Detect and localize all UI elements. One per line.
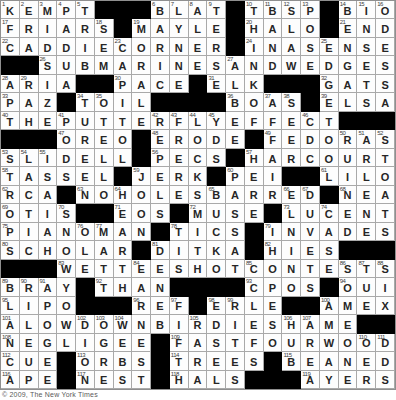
grid-cell[interactable]: A — [339, 75, 358, 93]
grid-cell[interactable]: 27A — [226, 56, 245, 74]
grid-cell[interactable]: A — [282, 38, 301, 56]
grid-cell[interactable]: 100A — [320, 297, 339, 315]
grid-cell[interactable]: E — [357, 223, 376, 241]
grid-cell[interactable]: 105R — [189, 315, 208, 333]
grid-cell[interactable]: K — [207, 241, 226, 259]
grid-cell[interactable]: L — [207, 371, 226, 389]
grid-cell[interactable]: C — [20, 241, 39, 259]
grid-cell[interactable]: D — [207, 130, 226, 148]
grid-cell[interactable]: D — [301, 130, 320, 148]
grid-cell[interactable]: R — [170, 167, 189, 185]
grid-cell[interactable]: G — [95, 334, 114, 352]
grid-cell[interactable]: 65B — [207, 186, 226, 204]
grid-cell[interactable]: 17F — [1, 19, 20, 37]
grid-cell[interactable]: E — [282, 130, 301, 148]
grid-cell[interactable]: 110O — [357, 334, 376, 352]
grid-cell[interactable]: E — [132, 112, 151, 130]
grid-cell[interactable]: A — [264, 19, 283, 37]
grid-cell[interactable]: 37A — [264, 93, 283, 111]
grid-cell[interactable]: C — [20, 186, 39, 204]
grid-cell[interactable]: R — [114, 241, 133, 259]
grid-cell[interactable]: E — [357, 186, 376, 204]
grid-cell[interactable]: E — [357, 297, 376, 315]
grid-cell[interactable]: K — [245, 75, 264, 93]
grid-cell[interactable]: 102D — [76, 315, 95, 333]
grid-cell[interactable]: 60P — [226, 167, 245, 185]
grid-cell[interactable]: S — [357, 38, 376, 56]
grid-cell[interactable]: E — [245, 167, 264, 185]
grid-cell[interactable]: P — [20, 371, 39, 389]
grid-cell[interactable]: 13P — [301, 1, 320, 19]
grid-cell[interactable]: O — [132, 38, 151, 56]
grid-cell[interactable]: O — [132, 186, 151, 204]
grid-cell[interactable]: D — [57, 38, 76, 56]
grid-cell[interactable]: 49F — [264, 130, 283, 148]
grid-cell[interactable]: A — [57, 75, 76, 93]
grid-cell[interactable]: 38S — [282, 93, 301, 111]
grid-cell[interactable]: 103O — [95, 315, 114, 333]
grid-cell[interactable]: E — [357, 56, 376, 74]
grid-cell[interactable]: R — [189, 352, 208, 370]
grid-cell[interactable]: 24I — [245, 38, 264, 56]
grid-cell[interactable]: M — [320, 315, 339, 333]
grid-cell[interactable]: E — [76, 167, 95, 185]
grid-cell[interactable]: D — [376, 19, 395, 37]
grid-cell[interactable]: E — [226, 352, 245, 370]
grid-cell[interactable]: S — [57, 167, 76, 185]
grid-cell[interactable]: M — [95, 56, 114, 74]
grid-cell[interactable]: 114T — [170, 352, 189, 370]
grid-cell[interactable]: 7L — [170, 1, 189, 19]
grid-cell[interactable]: U — [207, 204, 226, 222]
grid-cell[interactable]: X — [376, 297, 395, 315]
grid-cell[interactable]: O — [339, 334, 358, 352]
grid-cell[interactable]: L — [226, 75, 245, 93]
grid-cell[interactable]: 29R — [20, 75, 39, 93]
grid-cell[interactable]: 72M — [189, 204, 208, 222]
grid-cell[interactable]: T — [226, 334, 245, 352]
grid-cell[interactable]: L — [189, 19, 208, 37]
grid-cell[interactable]: L — [132, 93, 151, 111]
grid-cell[interactable]: 89B — [1, 278, 20, 296]
grid-cell[interactable]: I — [39, 19, 58, 37]
grid-cell[interactable]: H — [114, 278, 133, 296]
grid-cell[interactable]: 32G — [320, 75, 339, 93]
grid-cell[interactable]: R — [207, 38, 226, 56]
grid-cell[interactable]: O — [301, 19, 320, 37]
grid-cell[interactable]: T — [357, 75, 376, 93]
grid-cell[interactable]: E — [301, 241, 320, 259]
grid-cell[interactable]: 73L — [282, 204, 301, 222]
grid-cell[interactable]: 62R — [1, 186, 20, 204]
grid-cell[interactable]: D — [207, 315, 226, 333]
grid-cell[interactable]: A — [114, 56, 133, 74]
grid-cell[interactable]: S — [376, 223, 395, 241]
grid-cell[interactable]: O — [57, 297, 76, 315]
grid-cell[interactable]: A — [57, 19, 76, 37]
grid-cell[interactable]: E — [264, 297, 283, 315]
grid-cell[interactable]: N — [357, 204, 376, 222]
grid-cell[interactable]: I — [189, 223, 208, 241]
grid-cell[interactable]: E — [357, 352, 376, 370]
grid-cell[interactable]: 96R — [132, 297, 151, 315]
grid-cell[interactable]: 33P — [1, 93, 20, 111]
grid-cell[interactable]: 115B — [282, 352, 301, 370]
grid-cell[interactable]: Y — [57, 278, 76, 296]
grid-cell[interactable]: S — [226, 204, 245, 222]
grid-cell[interactable]: 3M — [39, 1, 58, 19]
grid-cell[interactable]: 91A — [39, 278, 58, 296]
grid-cell[interactable]: 111D — [376, 334, 395, 352]
grid-cell[interactable]: P — [39, 297, 58, 315]
grid-cell[interactable]: 22C — [1, 38, 20, 56]
grid-cell[interactable]: 35O — [95, 93, 114, 111]
grid-cell[interactable]: E — [151, 260, 170, 278]
grid-cell[interactable]: N — [170, 38, 189, 56]
grid-cell[interactable]: C — [301, 149, 320, 167]
grid-cell[interactable]: I — [76, 38, 95, 56]
grid-cell[interactable]: 20H — [245, 19, 264, 37]
grid-cell[interactable]: O — [264, 334, 283, 352]
grid-cell[interactable]: 70S — [57, 204, 76, 222]
grid-cell[interactable]: N — [339, 38, 358, 56]
grid-cell[interactable]: E — [39, 352, 58, 370]
grid-cell[interactable]: D — [376, 352, 395, 370]
grid-cell[interactable]: N — [57, 223, 76, 241]
grid-cell[interactable]: R — [95, 352, 114, 370]
grid-cell[interactable]: T — [114, 260, 133, 278]
grid-cell[interactable]: S — [320, 241, 339, 259]
grid-cell[interactable]: E — [39, 112, 58, 130]
grid-cell[interactable]: I — [170, 315, 189, 333]
grid-cell[interactable]: R — [282, 149, 301, 167]
grid-cell[interactable]: 58T — [1, 167, 20, 185]
grid-cell[interactable]: U — [282, 334, 301, 352]
grid-cell[interactable]: 42R — [151, 112, 170, 130]
grid-cell[interactable]: 26S — [39, 56, 58, 74]
grid-cell[interactable]: Y — [320, 371, 339, 389]
grid-cell[interactable]: H — [189, 260, 208, 278]
grid-cell[interactable]: L — [95, 167, 114, 185]
grid-cell[interactable]: E — [76, 149, 95, 167]
grid-cell[interactable]: S — [207, 149, 226, 167]
grid-cell[interactable]: O — [189, 130, 208, 148]
grid-cell[interactable]: R — [357, 371, 376, 389]
grid-cell[interactable]: E — [376, 38, 395, 56]
grid-cell[interactable]: 41P — [57, 112, 76, 130]
grid-cell[interactable]: T — [301, 260, 320, 278]
grid-cell[interactable]: 104W — [114, 315, 133, 333]
grid-cell[interactable]: 16O — [376, 1, 395, 19]
grid-cell[interactable]: 6B — [151, 1, 170, 19]
grid-cell[interactable]: H — [39, 241, 58, 259]
grid-cell[interactable]: S — [376, 56, 395, 74]
grid-cell[interactable]: T — [95, 112, 114, 130]
grid-cell[interactable]: V — [301, 223, 320, 241]
grid-cell[interactable]: N — [339, 352, 358, 370]
grid-cell[interactable]: C — [207, 223, 226, 241]
grid-cell[interactable]: O — [95, 186, 114, 204]
grid-cell[interactable]: S — [114, 371, 133, 389]
grid-cell[interactable]: 78T — [170, 223, 189, 241]
grid-cell[interactable]: 8A — [189, 1, 208, 19]
grid-cell[interactable]: E — [114, 334, 133, 352]
grid-cell[interactable]: S — [151, 204, 170, 222]
grid-cell[interactable]: B — [114, 352, 133, 370]
grid-cell[interactable]: E — [95, 371, 114, 389]
grid-cell[interactable]: U — [20, 352, 39, 370]
grid-cell[interactable]: E — [76, 260, 95, 278]
grid-cell[interactable]: A — [189, 371, 208, 389]
grid-cell[interactable]: A — [376, 186, 395, 204]
grid-cell[interactable]: S — [189, 186, 208, 204]
grid-cell[interactable]: 74C — [320, 204, 339, 222]
grid-cell[interactable]: 43F — [170, 112, 189, 130]
grid-cell[interactable]: O — [264, 260, 283, 278]
grid-cell[interactable]: 10T — [245, 1, 264, 19]
grid-cell[interactable]: T — [95, 260, 114, 278]
grid-cell[interactable]: E — [301, 352, 320, 370]
grid-cell[interactable]: P — [264, 278, 283, 296]
grid-cell[interactable]: 87T — [357, 260, 376, 278]
grid-cell[interactable]: S — [357, 93, 376, 111]
grid-cell[interactable]: R — [357, 149, 376, 167]
grid-cell[interactable]: A — [151, 19, 170, 37]
grid-cell[interactable]: W — [57, 315, 76, 333]
grid-cell[interactable]: 119A — [301, 371, 320, 389]
grid-cell[interactable]: T — [376, 204, 395, 222]
grid-cell[interactable]: 88S — [376, 260, 395, 278]
grid-cell[interactable]: E — [170, 186, 189, 204]
grid-cell[interactable]: N — [170, 56, 189, 74]
grid-cell[interactable]: 1K — [1, 1, 20, 19]
grid-cell[interactable]: T — [226, 260, 245, 278]
grid-cell[interactable]: I — [226, 315, 245, 333]
grid-cell[interactable]: 98E — [207, 297, 226, 315]
grid-cell[interactable]: S — [207, 334, 226, 352]
grid-cell[interactable]: C — [189, 149, 208, 167]
grid-cell[interactable]: I — [20, 297, 39, 315]
grid-cell[interactable]: A — [20, 167, 39, 185]
grid-cell[interactable]: 14B — [339, 1, 358, 19]
grid-cell[interactable]: 90R — [20, 278, 39, 296]
grid-cell[interactable]: A — [376, 93, 395, 111]
grid-cell[interactable]: E — [132, 334, 151, 352]
grid-cell[interactable]: B — [151, 315, 170, 333]
grid-cell[interactable]: 23C — [114, 38, 133, 56]
grid-cell[interactable]: 92T — [95, 278, 114, 296]
grid-cell[interactable]: U — [57, 56, 76, 74]
grid-cell[interactable]: U — [357, 278, 376, 296]
grid-cell[interactable]: N — [245, 56, 264, 74]
grid-cell[interactable]: 18S — [95, 19, 114, 37]
grid-cell[interactable]: 113O — [76, 352, 95, 370]
grid-cell[interactable]: F — [245, 112, 264, 130]
grid-cell[interactable]: 55I — [39, 149, 58, 167]
grid-cell[interactable]: 34T — [76, 93, 95, 111]
grid-cell[interactable]: A — [39, 223, 58, 241]
grid-cell[interactable]: I — [151, 56, 170, 74]
grid-cell[interactable]: 9T — [207, 1, 226, 19]
grid-cell[interactable]: 53S — [1, 149, 20, 167]
grid-cell[interactable]: I — [114, 93, 133, 111]
grid-cell[interactable]: R — [301, 334, 320, 352]
grid-cell[interactable]: 99R — [226, 297, 245, 315]
grid-cell[interactable]: T — [114, 112, 133, 130]
grid-cell[interactable]: I — [282, 241, 301, 259]
grid-cell[interactable]: 83W — [57, 260, 76, 278]
grid-cell[interactable]: T — [376, 149, 395, 167]
grid-cell[interactable]: 5T — [76, 1, 95, 19]
grid-cell[interactable]: A — [320, 352, 339, 370]
grid-cell[interactable]: E — [226, 112, 245, 130]
grid-cell[interactable]: A — [226, 186, 245, 204]
grid-cell[interactable]: R — [132, 56, 151, 74]
grid-cell[interactable]: S — [264, 315, 283, 333]
grid-cell[interactable]: 57H — [245, 149, 264, 167]
grid-cell[interactable]: E — [207, 352, 226, 370]
grid-cell[interactable]: G — [339, 56, 358, 74]
grid-cell[interactable]: 84E — [132, 260, 151, 278]
grid-cell[interactable]: 25E — [320, 38, 339, 56]
grid-cell[interactable]: O — [282, 278, 301, 296]
grid-cell[interactable]: 28A — [1, 75, 20, 93]
grid-cell[interactable]: R — [245, 186, 264, 204]
grid-cell[interactable]: 50R — [339, 130, 358, 148]
grid-cell[interactable]: A — [132, 278, 151, 296]
grid-cell[interactable]: 68N — [339, 186, 358, 204]
grid-cell[interactable]: A — [39, 186, 58, 204]
grid-cell[interactable]: E — [20, 334, 39, 352]
grid-cell[interactable]: N — [282, 223, 301, 241]
grid-cell[interactable]: S — [376, 75, 395, 93]
grid-cell[interactable]: D — [39, 38, 58, 56]
grid-cell[interactable]: L — [151, 186, 170, 204]
grid-cell[interactable]: 46C — [301, 112, 320, 130]
grid-cell[interactable]: T — [20, 204, 39, 222]
grid-cell[interactable]: 63N — [76, 186, 95, 204]
grid-cell[interactable]: I — [376, 278, 395, 296]
grid-cell[interactable]: 94O — [339, 278, 358, 296]
grid-cell[interactable]: O — [376, 167, 395, 185]
grid-cell[interactable]: 19M — [132, 19, 151, 37]
grid-cell[interactable]: R — [264, 186, 283, 204]
grid-cell[interactable]: O — [57, 241, 76, 259]
grid-cell[interactable]: R — [76, 19, 95, 37]
grid-cell[interactable]: 116A — [1, 371, 20, 389]
grid-cell[interactable]: L — [245, 297, 264, 315]
grid-cell[interactable]: S — [301, 278, 320, 296]
grid-cell[interactable]: 61L — [320, 167, 339, 185]
grid-cell[interactable]: 47O — [57, 130, 76, 148]
grid-cell[interactable]: 86S — [339, 260, 358, 278]
grid-cell[interactable]: O — [114, 130, 133, 148]
grid-cell[interactable]: A — [189, 334, 208, 352]
grid-cell[interactable]: F — [245, 334, 264, 352]
grid-cell[interactable]: K — [189, 167, 208, 185]
grid-cell[interactable]: U — [76, 112, 95, 130]
grid-cell[interactable]: O — [39, 315, 58, 333]
grid-cell[interactable]: A — [20, 93, 39, 111]
grid-cell[interactable]: Y — [170, 19, 189, 37]
grid-cell[interactable]: 85C — [245, 260, 264, 278]
grid-cell[interactable]: A — [20, 38, 39, 56]
grid-cell[interactable]: S — [170, 260, 189, 278]
grid-cell[interactable]: L — [20, 315, 39, 333]
grid-cell[interactable]: A — [95, 241, 114, 259]
grid-cell[interactable]: O — [132, 204, 151, 222]
grid-cell[interactable]: W — [320, 334, 339, 352]
grid-cell[interactable]: 95L — [1, 297, 20, 315]
grid-cell[interactable]: N — [151, 278, 170, 296]
grid-cell[interactable]: N — [282, 260, 301, 278]
grid-cell[interactable]: E — [245, 315, 264, 333]
grid-cell[interactable]: R — [20, 19, 39, 37]
grid-cell[interactable]: L — [282, 19, 301, 37]
grid-cell[interactable]: O — [245, 93, 264, 111]
grid-cell[interactable]: D — [339, 223, 358, 241]
grid-cell[interactable]: E — [151, 167, 170, 185]
grid-cell[interactable]: E — [339, 315, 358, 333]
grid-cell[interactable]: L — [76, 241, 95, 259]
grid-cell[interactable]: Z — [39, 93, 58, 111]
grid-cell[interactable]: 77M — [95, 223, 114, 241]
grid-cell[interactable]: T — [320, 112, 339, 130]
grid-cell[interactable]: U — [339, 149, 358, 167]
grid-cell[interactable]: 30P — [114, 75, 133, 93]
grid-cell[interactable]: L — [357, 167, 376, 185]
grid-cell[interactable]: 118H — [170, 371, 189, 389]
grid-cell[interactable]: B — [76, 56, 95, 74]
grid-cell[interactable]: I — [76, 334, 95, 352]
grid-cell[interactable]: 12S — [282, 1, 301, 19]
grid-cell[interactable]: 93C — [245, 278, 264, 296]
grid-cell[interactable]: 31E — [207, 75, 226, 93]
grid-cell[interactable]: E — [189, 38, 208, 56]
grid-cell[interactable]: O — [320, 149, 339, 167]
grid-cell[interactable]: 64H — [114, 186, 133, 204]
grid-cell[interactable]: E — [95, 130, 114, 148]
grid-cell[interactable]: R — [170, 130, 189, 148]
grid-cell[interactable]: S — [376, 371, 395, 389]
grid-cell[interactable]: 106H — [282, 315, 301, 333]
grid-cell[interactable]: E — [170, 75, 189, 93]
grid-cell[interactable]: 81D — [151, 241, 170, 259]
grid-cell[interactable]: 44L — [189, 112, 208, 130]
grid-cell[interactable]: 112C — [1, 352, 20, 370]
grid-cell[interactable]: E — [301, 56, 320, 74]
grid-cell[interactable]: 21E — [339, 19, 358, 37]
grid-cell[interactable]: 11B — [264, 1, 283, 19]
grid-cell[interactable]: E — [151, 297, 170, 315]
grid-cell[interactable]: 56P — [151, 149, 170, 167]
grid-cell[interactable]: U — [301, 204, 320, 222]
grid-cell[interactable]: E — [245, 204, 264, 222]
grid-cell[interactable]: L — [114, 149, 133, 167]
grid-cell[interactable]: L — [95, 149, 114, 167]
grid-cell[interactable]: 75P — [1, 223, 20, 241]
grid-cell[interactable]: S — [245, 352, 264, 370]
grid-cell[interactable]: H — [20, 112, 39, 130]
grid-cell[interactable]: 40T — [1, 112, 20, 130]
grid-cell[interactable]: 101A — [1, 315, 20, 333]
grid-cell[interactable]: 82H — [264, 241, 283, 259]
grid-cell[interactable]: E — [207, 19, 226, 37]
grid-cell[interactable]: 71E — [114, 204, 133, 222]
grid-cell[interactable]: F — [264, 112, 283, 130]
grid-cell[interactable]: E — [282, 112, 301, 130]
grid-cell[interactable]: 2E — [20, 1, 39, 19]
